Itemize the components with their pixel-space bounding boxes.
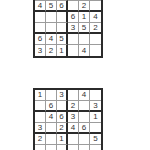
- cell-top-r2c1: 4: [35, 1, 46, 12]
- cell-bottom-r2c1: [35, 101, 46, 112]
- cell-bottom-r3c5: [79, 112, 90, 123]
- cell-bottom-r3c4: 3: [68, 112, 79, 123]
- cell-top-r2c2: 5: [46, 1, 57, 12]
- cell-bottom-r3c2: 4: [46, 112, 57, 123]
- cell-top-r4c1: [35, 23, 46, 34]
- cell-top-r3c1: [35, 12, 46, 23]
- cell-bottom-r2c3: [57, 101, 68, 112]
- cell-top-r3c2: [46, 12, 57, 23]
- cell-top-r6c2: 2: [46, 45, 57, 56]
- cell-top-r6c1: 3: [35, 45, 46, 56]
- cell-top-r6c5: 4: [79, 45, 90, 56]
- cell-bottom-r4c5: 6: [79, 123, 90, 134]
- cell-top-r5c6: [90, 34, 101, 45]
- sudoku-grid-bottom: 13462346313246215: [33, 88, 103, 150]
- cell-bottom-r1c3: 3: [57, 90, 68, 101]
- cell-bottom-r5c3: 1: [57, 134, 68, 145]
- cell-top-r4c5: 5: [79, 23, 90, 34]
- cell-bottom-r2c2: 6: [46, 101, 57, 112]
- cell-top-r3c5: 1: [79, 12, 90, 23]
- sudoku-grid-top: 45626143526453214: [33, 0, 103, 58]
- cell-bottom-r5c1: 2: [35, 134, 46, 145]
- cell-top-r5c4: [68, 34, 79, 45]
- cell-top-r2c6: [90, 1, 101, 12]
- cell-bottom-r4c6: [90, 123, 101, 134]
- cell-bottom-r4c2: [46, 123, 57, 134]
- cell-top-r2c5: 2: [79, 1, 90, 12]
- cell-top-r3c4: 6: [68, 12, 79, 23]
- cell-top-r4c2: [46, 23, 57, 34]
- cell-bottom-r1c4: [68, 90, 79, 101]
- cell-bottom-r4c3: 2: [57, 123, 68, 134]
- cell-bottom-r6c2: [46, 145, 57, 150]
- cell-bottom-r1c6: [90, 90, 101, 101]
- cell-bottom-r6c3: [57, 145, 68, 150]
- cell-bottom-r2c4: 2: [68, 101, 79, 112]
- cell-top-r4c3: [57, 23, 68, 34]
- cell-top-r2c3: 6: [57, 1, 68, 12]
- cell-bottom-r5c5: [79, 134, 90, 145]
- cell-top-r5c1: 6: [35, 34, 46, 45]
- cell-bottom-r5c2: [46, 134, 57, 145]
- cell-bottom-r3c1: [35, 112, 46, 123]
- cell-top-r3c3: [57, 12, 68, 23]
- cell-top-r6c6: [90, 45, 101, 56]
- cell-bottom-r4c1: 3: [35, 123, 46, 134]
- cell-bottom-r1c1: 1: [35, 90, 46, 101]
- cell-bottom-r6c4: [68, 145, 79, 150]
- cell-bottom-r6c6: [90, 145, 101, 150]
- cell-bottom-r2c6: 3: [90, 101, 101, 112]
- cell-top-r5c2: 4: [46, 34, 57, 45]
- cell-bottom-r3c6: 1: [90, 112, 101, 123]
- cell-bottom-r4c4: 4: [68, 123, 79, 134]
- cell-bottom-r6c5: [79, 145, 90, 150]
- cell-top-r2c4: [68, 1, 79, 12]
- cell-top-r5c3: 5: [57, 34, 68, 45]
- cell-bottom-r3c3: 6: [57, 112, 68, 123]
- cell-top-r6c4: [68, 45, 79, 56]
- cell-top-r6c3: 1: [57, 45, 68, 56]
- cell-bottom-r1c2: [46, 90, 57, 101]
- cell-top-r5c5: [79, 34, 90, 45]
- cell-bottom-r1c5: 4: [79, 90, 90, 101]
- cell-bottom-r5c6: 5: [90, 134, 101, 145]
- cell-bottom-r6c1: [35, 145, 46, 150]
- cell-top-r3c6: 4: [90, 12, 101, 23]
- cell-top-r4c6: 2: [90, 23, 101, 34]
- cell-top-r4c4: 3: [68, 23, 79, 34]
- cell-bottom-r5c4: [68, 134, 79, 145]
- cell-bottom-r2c5: [79, 101, 90, 112]
